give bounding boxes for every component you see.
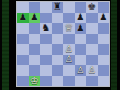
square-e5[interactable] [63, 34, 75, 45]
square-h5[interactable] [98, 34, 110, 45]
square-a3[interactable] [17, 55, 29, 66]
square-b2[interactable] [29, 65, 41, 76]
square-a2[interactable] [17, 65, 29, 76]
square-h4[interactable] [98, 44, 110, 55]
square-h2[interactable] [98, 65, 110, 76]
video-frame: ♜♚♟♟♟♟♞♕♟♙♙♙♙♔ [0, 0, 120, 90]
piece-white-king: ♔ [30, 76, 39, 86]
square-f2[interactable]: ♙ [75, 65, 87, 76]
square-c8[interactable] [40, 2, 52, 13]
square-b8[interactable] [29, 2, 41, 13]
piece-black-pawn: ♟ [99, 13, 107, 22]
square-f6[interactable]: ♟ [75, 23, 87, 34]
square-d5[interactable] [52, 34, 64, 45]
square-e7[interactable] [63, 13, 75, 24]
square-d3[interactable] [52, 55, 64, 66]
square-a4[interactable] [17, 44, 29, 55]
square-d8[interactable]: ♜ [52, 2, 64, 13]
square-a1[interactable] [17, 76, 29, 87]
video-noise-right [111, 0, 117, 90]
piece-black-pawn: ♟ [30, 13, 38, 22]
square-g5[interactable] [86, 34, 98, 45]
square-g8[interactable]: ♚ [86, 2, 98, 13]
square-h6[interactable] [98, 23, 110, 34]
square-f5[interactable] [75, 34, 87, 45]
piece-white-pawn: ♙ [65, 44, 73, 53]
square-b3[interactable] [29, 55, 41, 66]
square-a6[interactable] [17, 23, 29, 34]
square-d2[interactable] [52, 65, 64, 76]
square-e8[interactable] [63, 2, 75, 13]
square-g2[interactable]: ♙ [86, 65, 98, 76]
square-h3[interactable] [98, 55, 110, 66]
square-d6[interactable] [52, 23, 64, 34]
square-g6[interactable] [86, 23, 98, 34]
square-c1[interactable] [40, 76, 52, 87]
square-a8[interactable] [17, 2, 29, 13]
square-a7[interactable]: ♟ [17, 13, 29, 24]
piece-black-pawn: ♟ [76, 13, 84, 22]
square-f1[interactable] [75, 76, 87, 87]
square-g4[interactable] [86, 44, 98, 55]
square-g3[interactable] [86, 55, 98, 66]
piece-black-rook: ♜ [53, 2, 62, 12]
square-b6[interactable] [29, 23, 41, 34]
chess-board: ♜♚♟♟♟♟♞♕♟♙♙♙♙♔ [16, 1, 110, 87]
square-d1[interactable] [52, 76, 64, 87]
piece-black-knight: ♞ [41, 23, 50, 33]
piece-black-pawn: ♟ [76, 23, 84, 32]
square-f4[interactable] [75, 44, 87, 55]
square-b4[interactable] [29, 44, 41, 55]
square-f8[interactable] [75, 2, 87, 13]
square-c4[interactable] [40, 44, 52, 55]
piece-black-pawn: ♟ [19, 13, 27, 22]
square-g7[interactable] [86, 13, 98, 24]
square-f7[interactable]: ♟ [75, 13, 87, 24]
square-e1[interactable] [63, 76, 75, 87]
square-c5[interactable] [40, 34, 52, 45]
square-b7[interactable]: ♟ [29, 13, 41, 24]
square-h7[interactable]: ♟ [98, 13, 110, 24]
square-h8[interactable] [98, 2, 110, 13]
square-e3[interactable]: ♙ [63, 55, 75, 66]
square-c2[interactable] [40, 65, 52, 76]
piece-white-queen: ♕ [64, 23, 73, 33]
square-a5[interactable] [17, 34, 29, 45]
piece-white-pawn: ♙ [65, 55, 73, 64]
square-d4[interactable] [52, 44, 64, 55]
piece-black-king: ♚ [87, 2, 96, 12]
square-e4[interactable]: ♙ [63, 44, 75, 55]
square-d7[interactable] [52, 13, 64, 24]
square-c3[interactable] [40, 55, 52, 66]
square-c7[interactable] [40, 13, 52, 24]
square-e6[interactable]: ♕ [63, 23, 75, 34]
square-f3[interactable] [75, 55, 87, 66]
square-b5[interactable] [29, 34, 41, 45]
video-noise-left [2, 0, 9, 90]
square-h1[interactable] [98, 76, 110, 87]
square-e2[interactable] [63, 65, 75, 76]
square-c6[interactable]: ♞ [40, 23, 52, 34]
piece-white-pawn: ♙ [88, 65, 96, 74]
square-b1[interactable]: ♔ [29, 76, 41, 87]
piece-white-pawn: ♙ [76, 65, 84, 74]
square-g1[interactable] [86, 76, 98, 87]
